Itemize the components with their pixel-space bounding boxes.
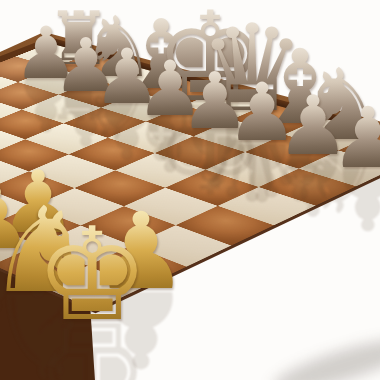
piece-silver-pawn[interactable]: ♟: [330, 96, 380, 180]
piece-gold-king[interactable]: ♚: [35, 211, 150, 339]
chess-set-photo: ♜♜♞♞♝♝♚♚♛♛♝♝♞♞♟♟♟♟♟♟♟♟♟♟♟♟♟♟♟♟♟♟♟♟♞♞♚♚♟♟: [0, 0, 380, 380]
